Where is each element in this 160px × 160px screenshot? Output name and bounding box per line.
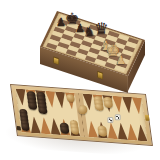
point-near-3 [39,117,51,135]
backgammon-board [10,84,153,146]
die [115,114,120,120]
point-near-9 [106,122,118,140]
brass-clasp-icon [53,56,59,65]
checker-light [94,103,103,111]
point-far-12 [132,97,144,115]
point-near-12 [135,124,147,142]
checker-dark [28,102,37,110]
point-far-5 [55,91,67,109]
point-far-10 [112,96,124,114]
checker-dark [60,126,69,134]
point-near-10 [116,123,128,141]
point-near-4 [49,118,61,136]
left-clasp-icon [17,126,21,130]
die [107,117,112,123]
standing-checker [78,105,87,114]
checker-light [104,100,113,108]
bg-field [15,89,147,142]
brass-clasp-icon [97,71,103,80]
point-far-1 [15,89,27,107]
product-photo-scene: ♚♛♟♟♞♝♟♚♟ [0,0,160,160]
checker-dark [38,106,47,114]
brass-latch-icon [145,115,150,121]
point-near-2 [29,116,41,134]
point-far-4 [45,91,57,109]
point-far-11 [122,96,134,114]
point-near-11 [126,123,138,141]
